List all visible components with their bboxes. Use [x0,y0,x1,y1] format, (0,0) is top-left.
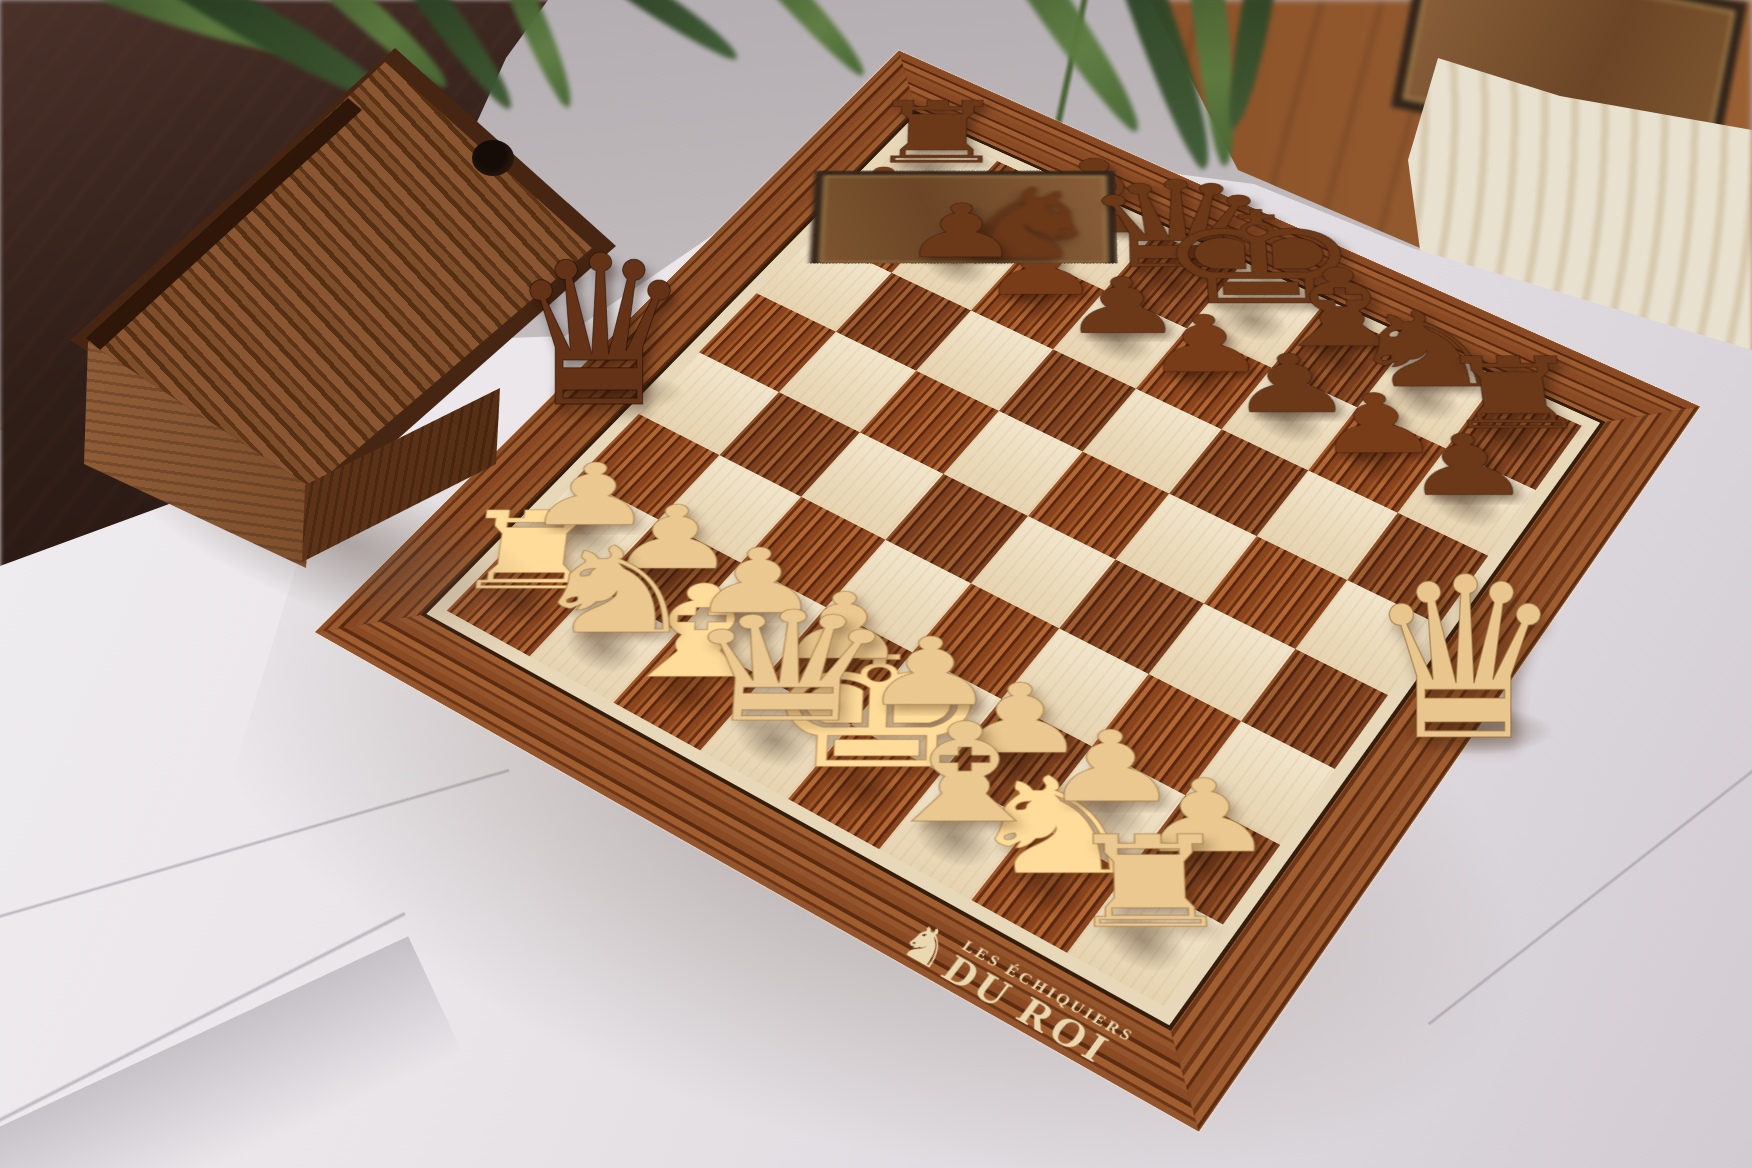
piece-shadow [804,743,922,833]
piece-shadow [894,792,1014,884]
piece-white-pawn-e2: ♟ [860,625,1000,719]
square-h3 [1185,721,1335,845]
square-e3 [912,583,1059,699]
piece-shadow [1142,815,1262,908]
square-f1: ♝ [879,772,1033,900]
piece-white-rook-h1: ♜ [1060,820,1241,947]
square-f4 [1059,559,1204,673]
piece-white-knight-g1: ♞ [960,760,1153,894]
box-finger-hole [472,140,514,176]
piece-shadow [779,625,894,710]
square-h2: ♟ [1127,795,1280,924]
square-f3 [1001,628,1149,747]
square-g5 [1204,536,1347,649]
piece-shadow [987,842,1108,937]
square-e1: ♚ [788,724,941,849]
piece-shadow [1048,766,1167,857]
square-f2: ♟ [941,699,1092,822]
piece-shadow [715,696,832,784]
piece-white-pawn-h2: ♟ [1132,766,1279,867]
piece-shadow [1082,893,1204,990]
square-h1: ♜ [1067,872,1224,1006]
piece-white-king-e1: ♚ [754,629,998,792]
piece-black-pawn-d7: ♟ [1059,267,1186,345]
piece-white-pawn-f2: ♟ [949,671,1090,767]
square-c1: ♝ [613,631,763,750]
piece-shadow [629,650,745,736]
piece-white-bishop-f1: ♝ [863,705,1064,843]
piece-black-pawn-f7: ♟ [1224,344,1358,425]
piece-shadow [867,671,983,758]
piece-white-queen-d1: ♛ [671,592,904,744]
piece-black-pawn-b7: ♟ [898,194,1022,268]
square-g4 [1149,603,1295,720]
extra-light-queen: ♛ [1352,548,1578,772]
square-g3 [1092,674,1241,795]
piece-black-pawn-h7: ♟ [1396,423,1537,508]
square-g1: ♞ [971,822,1126,953]
square-d1: ♛ [700,677,852,799]
square-g2: ♟ [1033,746,1185,872]
extra-dark-queen: ♛ [497,228,703,436]
square-e4 [971,516,1115,628]
piece-white-pawn-g2: ♟ [1041,718,1184,817]
square-e2: ♟ [851,652,1001,772]
piece-black-rook-a8: ♜ [863,90,1010,175]
piece-shadow [956,718,1073,807]
